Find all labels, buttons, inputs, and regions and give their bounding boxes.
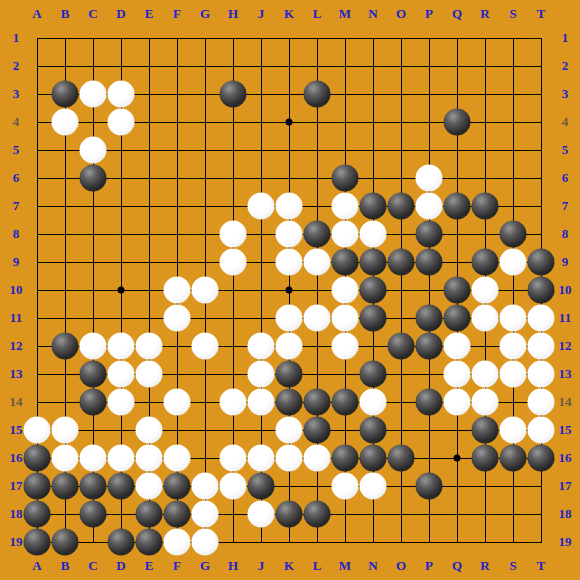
white-stone-K8 [276,221,303,248]
column-label-bottom-L: L [313,558,322,574]
black-stone-B19 [52,529,79,556]
black-stone-Q4 [444,109,471,136]
white-stone-A15 [24,417,51,444]
white-stone-L9 [304,249,331,276]
black-stone-M14 [332,389,359,416]
white-stone-B4 [52,109,79,136]
column-label-bottom-H: H [228,558,238,574]
column-label-bottom-N: N [368,558,377,574]
white-stone-M17 [332,473,359,500]
black-stone-O12 [388,333,415,360]
black-stone-P17 [416,473,443,500]
white-stone-H9 [220,249,247,276]
column-label-top-P: P [425,6,433,22]
black-stone-O16 [388,445,415,472]
column-label-top-E: E [145,6,154,22]
black-stone-D17 [108,473,135,500]
white-stone-G19 [192,529,219,556]
black-stone-E19 [136,529,163,556]
white-stone-N8 [360,221,387,248]
black-stone-Q10 [444,277,471,304]
white-stone-T13 [528,361,555,388]
row-label-right-19: 19 [559,534,572,550]
white-stone-B16 [52,445,79,472]
black-stone-S16 [500,445,527,472]
white-stone-D13 [108,361,135,388]
white-stone-S12 [500,333,527,360]
column-label-top-F: F [173,6,181,22]
white-stone-K11 [276,305,303,332]
black-stone-R15 [472,417,499,444]
column-label-bottom-F: F [173,558,181,574]
white-stone-R11 [472,305,499,332]
row-label-left-4: 4 [13,114,20,130]
column-label-bottom-S: S [509,558,516,574]
white-stone-M10 [332,277,359,304]
white-stone-G17 [192,473,219,500]
column-label-top-C: C [88,6,97,22]
white-stone-J12 [248,333,275,360]
column-label-bottom-G: G [200,558,210,574]
white-stone-D16 [108,445,135,472]
black-stone-N9 [360,249,387,276]
column-label-top-H: H [228,6,238,22]
column-label-top-J: J [258,6,265,22]
row-label-right-16: 16 [559,450,572,466]
white-stone-S13 [500,361,527,388]
white-stone-L16 [304,445,331,472]
black-stone-F17 [164,473,191,500]
go-board-page: AABBCCDDEEFFGGHHJJKKLLMMNNOOPPQQRRSSTT11… [0,0,580,580]
white-stone-C12 [80,333,107,360]
white-stone-R13 [472,361,499,388]
white-stone-H8 [220,221,247,248]
column-label-top-D: D [116,6,125,22]
white-stone-H16 [220,445,247,472]
black-stone-Q7 [444,193,471,220]
row-label-right-9: 9 [562,254,569,270]
white-stone-K7 [276,193,303,220]
column-label-bottom-O: O [396,558,406,574]
black-stone-P12 [416,333,443,360]
black-stone-K13 [276,361,303,388]
black-stone-N13 [360,361,387,388]
white-stone-P6 [416,165,443,192]
black-stone-D19 [108,529,135,556]
column-label-bottom-M: M [339,558,351,574]
row-label-left-18: 18 [10,506,23,522]
row-label-left-7: 7 [13,198,20,214]
black-stone-J17 [248,473,275,500]
black-stone-T16 [528,445,555,472]
black-stone-A18 [24,501,51,528]
white-stone-P7 [416,193,443,220]
black-stone-K14 [276,389,303,416]
white-stone-S11 [500,305,527,332]
column-label-bottom-Q: Q [452,558,462,574]
white-stone-G12 [192,333,219,360]
white-stone-R10 [472,277,499,304]
row-label-left-8: 8 [13,226,20,242]
white-stone-M7 [332,193,359,220]
black-stone-E18 [136,501,163,528]
black-stone-T9 [528,249,555,276]
white-stone-M8 [332,221,359,248]
row-label-right-18: 18 [559,506,572,522]
column-label-bottom-R: R [480,558,489,574]
black-stone-T10 [528,277,555,304]
white-stone-F16 [164,445,191,472]
black-stone-R9 [472,249,499,276]
black-stone-L18 [304,501,331,528]
star-point-K4 [286,119,293,126]
white-stone-E17 [136,473,163,500]
row-label-left-14: 14 [10,394,23,410]
white-stone-E13 [136,361,163,388]
white-stone-F10 [164,277,191,304]
black-stone-L14 [304,389,331,416]
column-label-top-N: N [368,6,377,22]
row-label-right-3: 3 [562,86,569,102]
white-stone-Q14 [444,389,471,416]
white-stone-E12 [136,333,163,360]
row-label-left-1: 1 [13,30,20,46]
column-label-bottom-B: B [61,558,70,574]
white-stone-J13 [248,361,275,388]
row-label-left-10: 10 [10,282,23,298]
row-label-right-2: 2 [562,58,569,74]
white-stone-T12 [528,333,555,360]
white-stone-K15 [276,417,303,444]
black-stone-M9 [332,249,359,276]
white-stone-H14 [220,389,247,416]
row-label-left-12: 12 [10,338,23,354]
black-stone-O7 [388,193,415,220]
column-label-top-R: R [480,6,489,22]
white-stone-F19 [164,529,191,556]
column-label-bottom-A: A [32,558,41,574]
row-label-right-8: 8 [562,226,569,242]
black-stone-P9 [416,249,443,276]
white-stone-R14 [472,389,499,416]
row-label-right-12: 12 [559,338,572,354]
white-stone-H17 [220,473,247,500]
black-stone-N11 [360,305,387,332]
white-stone-D14 [108,389,135,416]
white-stone-T15 [528,417,555,444]
column-label-top-G: G [200,6,210,22]
column-label-bottom-P: P [425,558,433,574]
white-stone-K12 [276,333,303,360]
row-label-left-11: 11 [10,310,22,326]
column-label-bottom-T: T [537,558,546,574]
row-label-left-17: 17 [10,478,23,494]
row-label-left-6: 6 [13,170,20,186]
white-stone-G10 [192,277,219,304]
black-stone-N16 [360,445,387,472]
white-stone-J16 [248,445,275,472]
black-stone-L8 [304,221,331,248]
black-stone-L3 [304,81,331,108]
black-stone-A19 [24,529,51,556]
column-label-top-T: T [537,6,546,22]
black-stone-B17 [52,473,79,500]
white-stone-C3 [80,81,107,108]
white-stone-G18 [192,501,219,528]
white-stone-J7 [248,193,275,220]
white-stone-T14 [528,389,555,416]
row-label-left-3: 3 [13,86,20,102]
black-stone-O9 [388,249,415,276]
black-stone-F18 [164,501,191,528]
row-label-left-15: 15 [10,422,23,438]
white-stone-N14 [360,389,387,416]
black-stone-H3 [220,81,247,108]
star-point-Q16 [454,455,461,462]
black-stone-M6 [332,165,359,192]
black-stone-N15 [360,417,387,444]
black-stone-S8 [500,221,527,248]
white-stone-F14 [164,389,191,416]
row-label-left-13: 13 [10,366,23,382]
row-label-left-9: 9 [13,254,20,270]
column-label-bottom-E: E [145,558,154,574]
row-label-right-10: 10 [559,282,572,298]
row-label-left-5: 5 [13,142,20,158]
column-label-bottom-K: K [284,558,294,574]
black-stone-R16 [472,445,499,472]
white-stone-T11 [528,305,555,332]
white-stone-M11 [332,305,359,332]
white-stone-Q13 [444,361,471,388]
white-stone-D4 [108,109,135,136]
black-stone-P8 [416,221,443,248]
white-stone-J14 [248,389,275,416]
row-label-right-17: 17 [559,478,572,494]
white-stone-S15 [500,417,527,444]
black-stone-C13 [80,361,107,388]
black-stone-P14 [416,389,443,416]
row-label-right-13: 13 [559,366,572,382]
column-label-top-B: B [61,6,70,22]
column-label-bottom-C: C [88,558,97,574]
row-label-right-1: 1 [562,30,569,46]
black-stone-Q11 [444,305,471,332]
white-stone-B15 [52,417,79,444]
column-label-top-O: O [396,6,406,22]
black-stone-B3 [52,81,79,108]
row-label-left-2: 2 [13,58,20,74]
white-stone-C16 [80,445,107,472]
column-label-top-K: K [284,6,294,22]
star-point-K10 [286,287,293,294]
black-stone-N10 [360,277,387,304]
white-stone-F11 [164,305,191,332]
white-stone-S9 [500,249,527,276]
column-label-bottom-D: D [116,558,125,574]
row-label-right-14: 14 [559,394,572,410]
row-label-right-6: 6 [562,170,569,186]
white-stone-E16 [136,445,163,472]
row-label-right-7: 7 [562,198,569,214]
column-label-top-L: L [313,6,322,22]
black-stone-R7 [472,193,499,220]
black-stone-M16 [332,445,359,472]
white-stone-Q12 [444,333,471,360]
white-stone-N17 [360,473,387,500]
white-stone-D3 [108,81,135,108]
black-stone-C18 [80,501,107,528]
black-stone-C17 [80,473,107,500]
white-stone-J18 [248,501,275,528]
row-label-left-16: 16 [10,450,23,466]
row-label-right-11: 11 [559,310,571,326]
black-stone-N7 [360,193,387,220]
row-label-right-5: 5 [562,142,569,158]
black-stone-B12 [52,333,79,360]
column-label-bottom-J: J [258,558,265,574]
black-stone-P11 [416,305,443,332]
column-label-top-S: S [509,6,516,22]
row-label-left-19: 19 [10,534,23,550]
black-stone-C6 [80,165,107,192]
white-stone-D12 [108,333,135,360]
row-label-right-15: 15 [559,422,572,438]
black-stone-A16 [24,445,51,472]
white-stone-K9 [276,249,303,276]
column-label-top-Q: Q [452,6,462,22]
star-point-D10 [118,287,125,294]
black-stone-C14 [80,389,107,416]
white-stone-E15 [136,417,163,444]
white-stone-M12 [332,333,359,360]
white-stone-C5 [80,137,107,164]
black-stone-L15 [304,417,331,444]
column-label-top-A: A [32,6,41,22]
black-stone-A17 [24,473,51,500]
white-stone-K16 [276,445,303,472]
column-label-top-M: M [339,6,351,22]
row-label-right-4: 4 [562,114,569,130]
black-stone-K18 [276,501,303,528]
white-stone-L11 [304,305,331,332]
